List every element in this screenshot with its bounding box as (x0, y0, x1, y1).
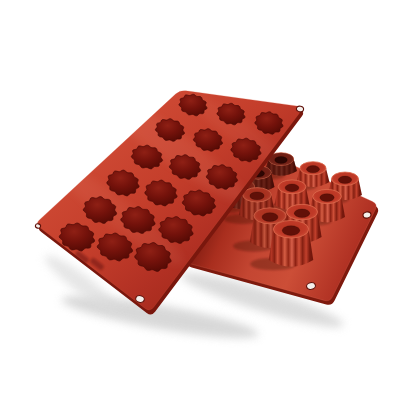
cup-crater (306, 166, 319, 173)
cup-crater (285, 184, 299, 192)
cup-crater (320, 194, 334, 202)
hanging-hole (35, 223, 41, 228)
mold-photo-svg (0, 0, 400, 400)
cup-crater (275, 156, 288, 163)
cup-crater (338, 176, 351, 183)
cup-crater (250, 192, 264, 200)
cup-crater (262, 213, 278, 222)
cup-crater (282, 226, 300, 236)
product-photo (0, 0, 400, 400)
cup-crater (294, 209, 310, 218)
